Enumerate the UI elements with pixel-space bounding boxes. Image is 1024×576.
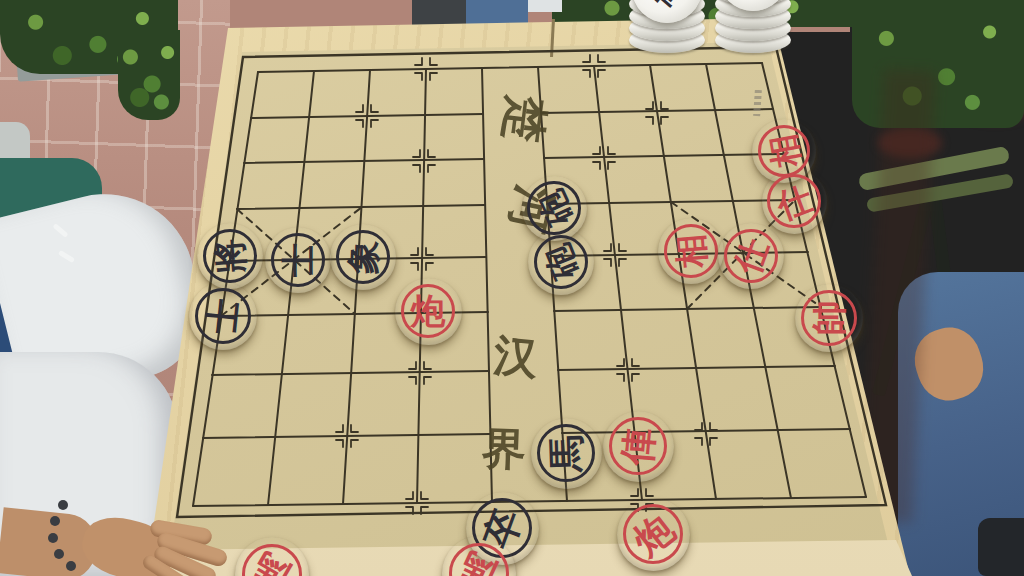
bracelet-bead [54,549,64,559]
bracelet-bead [58,500,68,510]
bracelet-bead [50,516,60,526]
captured-stacks: 車 [0,0,1024,576]
street-xiangqi-scene: 楚 河 汉 界 將士象士砲砲馬卒相仕相仕帥炮俥炮傌傌 車 [0,0,1024,576]
bracelet-bead [66,561,76,571]
bracelet-bead [48,533,58,543]
